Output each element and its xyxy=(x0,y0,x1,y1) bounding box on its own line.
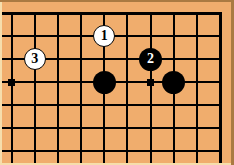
intersection-r7c2 xyxy=(23,140,46,163)
intersection-r3c7: 2 xyxy=(139,48,162,71)
frame-top xyxy=(0,0,234,2)
hoshi-point xyxy=(8,79,15,86)
intersection-r3c10 xyxy=(208,48,231,71)
hoshi-point xyxy=(147,79,154,86)
intersection-r2c8 xyxy=(162,25,185,48)
intersection-r5c6 xyxy=(116,94,139,117)
stone-black xyxy=(162,71,185,94)
intersection-r4c10 xyxy=(208,71,231,94)
intersection-r5c10 xyxy=(208,94,231,117)
intersection-r3c6 xyxy=(116,48,139,71)
intersection-r6c6 xyxy=(116,117,139,140)
intersection-r7c6 xyxy=(116,140,139,163)
intersection-r2c4 xyxy=(70,25,93,48)
intersection-r6c3 xyxy=(46,117,69,140)
intersection-r1c10 xyxy=(208,2,231,25)
intersection-r5c9 xyxy=(185,94,208,117)
intersection-r7c4 xyxy=(70,140,93,163)
intersection-r3c5 xyxy=(93,48,116,71)
intersection-r7c7 xyxy=(139,140,162,163)
intersection-r5c4 xyxy=(70,94,93,117)
intersection-r3c4 xyxy=(70,48,93,71)
intersection-r2c5: 1 xyxy=(93,25,116,48)
intersection-r1c1 xyxy=(0,2,23,25)
intersection-r1c9 xyxy=(185,2,208,25)
intersection-r7c10 xyxy=(208,140,231,163)
intersection-r3c8 xyxy=(162,48,185,71)
intersection-r4c3 xyxy=(46,71,69,94)
intersection-r7c9 xyxy=(185,140,208,163)
intersection-r4c1 xyxy=(0,71,23,94)
intersection-r2c7 xyxy=(139,25,162,48)
intersection-r5c5 xyxy=(93,94,116,117)
intersection-r4c7 xyxy=(139,71,162,94)
intersection-r5c3 xyxy=(46,94,69,117)
stone-move-number: 3 xyxy=(31,52,38,67)
intersection-r5c8 xyxy=(162,94,185,117)
intersection-r1c2 xyxy=(23,2,46,25)
intersection-r2c1 xyxy=(0,25,23,48)
intersection-r4c4 xyxy=(70,71,93,94)
stone-black-2: 2 xyxy=(139,48,162,71)
intersection-grid: 132 xyxy=(0,2,231,163)
go-board-diagram: 132 xyxy=(0,0,234,165)
frame-right xyxy=(231,0,234,165)
intersection-r6c9 xyxy=(185,117,208,140)
stone-move-number: 2 xyxy=(147,52,154,67)
intersection-r5c1 xyxy=(0,94,23,117)
intersection-r1c3 xyxy=(46,2,69,25)
intersection-r1c7 xyxy=(139,2,162,25)
intersection-r1c5 xyxy=(93,2,116,25)
intersection-r3c2: 3 xyxy=(23,48,46,71)
stone-white-3: 3 xyxy=(24,48,46,70)
stone-white-1: 1 xyxy=(93,25,115,47)
frame-bottom xyxy=(0,163,234,165)
intersection-r1c4 xyxy=(70,2,93,25)
intersection-r6c4 xyxy=(70,117,93,140)
intersection-r5c2 xyxy=(23,94,46,117)
intersection-r2c10 xyxy=(208,25,231,48)
intersection-r7c5 xyxy=(93,140,116,163)
intersection-r6c7 xyxy=(139,117,162,140)
intersection-r7c1 xyxy=(0,140,23,163)
intersection-r2c3 xyxy=(46,25,69,48)
intersection-r4c8 xyxy=(162,71,185,94)
intersection-r4c2 xyxy=(23,71,46,94)
stone-move-number: 1 xyxy=(101,29,108,44)
intersection-r1c8 xyxy=(162,2,185,25)
intersection-r6c2 xyxy=(23,117,46,140)
intersection-r4c5 xyxy=(93,71,116,94)
intersection-r5c7 xyxy=(139,94,162,117)
stone-black xyxy=(93,71,116,94)
intersection-r4c9 xyxy=(185,71,208,94)
intersection-r3c3 xyxy=(46,48,69,71)
intersection-r6c10 xyxy=(208,117,231,140)
intersection-r6c8 xyxy=(162,117,185,140)
intersection-r2c6 xyxy=(116,25,139,48)
intersection-r3c1 xyxy=(0,48,23,71)
intersection-r6c5 xyxy=(93,117,116,140)
intersection-r2c2 xyxy=(23,25,46,48)
intersection-r6c1 xyxy=(0,117,23,140)
intersection-r7c3 xyxy=(46,140,69,163)
intersection-r4c6 xyxy=(116,71,139,94)
intersection-r1c6 xyxy=(116,2,139,25)
intersection-r2c9 xyxy=(185,25,208,48)
intersection-r3c9 xyxy=(185,48,208,71)
frame-left xyxy=(0,0,2,165)
intersection-r7c8 xyxy=(162,140,185,163)
